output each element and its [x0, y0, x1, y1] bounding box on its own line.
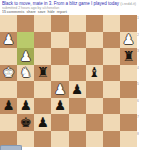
square-a3: ♜ — [120, 48, 137, 65]
piece-wP-a2: ♟ — [120, 32, 137, 49]
piece-wK-h4: ♚ — [0, 65, 17, 82]
square-h6: ♟ — [0, 98, 17, 115]
square-e5: ♟ — [51, 81, 68, 98]
piece-wP-e5: ♟ — [51, 81, 68, 98]
square-a7 — [120, 114, 137, 131]
rank-label-5: 5 — [137, 82, 141, 86]
square-b2 — [103, 32, 120, 49]
square-b1 — [103, 15, 120, 32]
square-g2 — [17, 32, 34, 49]
rank-label-4: 4 — [137, 66, 141, 70]
square-d3 — [69, 48, 86, 65]
piece-bP-f7: ♟ — [34, 114, 51, 131]
rank-label-1: 1 — [137, 16, 141, 20]
square-b4 — [103, 65, 120, 82]
square-a4 — [120, 65, 137, 82]
square-g3: ♟ — [17, 48, 34, 65]
square-a1 — [120, 15, 137, 32]
square-c6 — [86, 98, 103, 115]
reddit-post: Black to move, mate in 3. From a blitz g… — [0, 0, 141, 150]
post-link-save[interactable]: save — [38, 10, 46, 14]
post-domain[interactable]: (i.redd.it) — [120, 1, 136, 6]
rank-label-3: 3 — [137, 49, 141, 53]
square-c8 — [86, 131, 103, 148]
square-b3 — [103, 48, 120, 65]
post-action-links: 15 commentssharesavehidereport — [2, 10, 69, 14]
post-link-hide[interactable]: hide — [48, 10, 55, 14]
post-link-report[interactable]: report — [57, 10, 67, 14]
square-c2 — [86, 32, 103, 49]
square-e4 — [51, 65, 68, 82]
square-d1 — [69, 15, 86, 32]
square-g1 — [17, 15, 34, 32]
square-d7 — [69, 114, 86, 131]
rank-coordinates: 12345678 — [137, 15, 141, 147]
square-a5 — [120, 81, 137, 98]
piece-bP-e6: ♟ — [51, 98, 68, 115]
square-b7 — [103, 114, 120, 131]
piece-bP-g6: ♟ — [17, 98, 34, 115]
piece-bP-d5: ♟ — [69, 81, 86, 98]
square-f3 — [34, 48, 51, 65]
post-link-share[interactable]: share — [26, 10, 35, 14]
post-meta: submitted 2 hours ago by u/chessfan — [2, 6, 59, 10]
rank-label-7: 7 — [137, 115, 141, 119]
piece-wP-h2: ♟ — [0, 32, 17, 49]
square-a6 — [120, 98, 137, 115]
square-f5 — [34, 81, 51, 98]
post-title-link[interactable]: Black to move, mate in 3. From a blitz g… — [2, 1, 119, 6]
chess-board[interactable]: ♟♟♟♜♚♞♜♝♟♟♟♟♟♚♟ — [0, 15, 137, 147]
square-h7 — [0, 114, 17, 131]
square-b6 — [103, 98, 120, 115]
piece-bR-f4: ♜ — [34, 65, 51, 82]
square-f6 — [34, 98, 51, 115]
piece-wP-g3: ♟ — [17, 48, 34, 65]
square-d8 — [69, 131, 86, 148]
rank-label-8: 8 — [137, 132, 141, 136]
square-h5 — [0, 81, 17, 98]
square-e1 — [51, 15, 68, 32]
square-a2: ♟ — [120, 32, 137, 49]
square-b5 — [103, 81, 120, 98]
square-h2: ♟ — [0, 32, 17, 49]
square-c4: ♝ — [86, 65, 103, 82]
piece-bK-g7: ♚ — [17, 114, 34, 131]
square-g7: ♚ — [17, 114, 34, 131]
post-title-line: Black to move, mate in 3. From a blitz g… — [2, 1, 136, 6]
square-c1 — [86, 15, 103, 32]
square-e3 — [51, 48, 68, 65]
square-b8 — [103, 131, 120, 148]
square-h4: ♚ — [0, 65, 17, 82]
piece-bP-h6: ♟ — [0, 98, 17, 115]
square-d2 — [69, 32, 86, 49]
square-h3 — [0, 48, 17, 65]
bottom-ui-fragment[interactable] — [0, 145, 22, 150]
square-f1 — [34, 15, 51, 32]
square-h1 — [0, 15, 17, 32]
piece-wN-g4: ♞ — [17, 65, 34, 82]
post-link-15-comments[interactable]: 15 comments — [2, 10, 24, 14]
square-c3 — [86, 48, 103, 65]
rank-label-6: 6 — [137, 99, 141, 103]
square-a8 — [120, 131, 137, 148]
square-e8 — [51, 131, 68, 148]
square-d5: ♟ — [69, 81, 86, 98]
square-g5 — [17, 81, 34, 98]
piece-bB-c4: ♝ — [86, 65, 103, 82]
square-g6: ♟ — [17, 98, 34, 115]
square-c7 — [86, 114, 103, 131]
square-e6: ♟ — [51, 98, 68, 115]
piece-bR-a3: ♜ — [120, 48, 137, 65]
square-d6 — [69, 98, 86, 115]
square-f7: ♟ — [34, 114, 51, 131]
rank-label-2: 2 — [137, 33, 141, 37]
square-d4 — [69, 65, 86, 82]
square-f4: ♜ — [34, 65, 51, 82]
square-g4: ♞ — [17, 65, 34, 82]
square-f2 — [34, 32, 51, 49]
square-f8 — [34, 131, 51, 148]
square-c5 — [86, 81, 103, 98]
square-e7 — [51, 114, 68, 131]
square-e2 — [51, 32, 68, 49]
